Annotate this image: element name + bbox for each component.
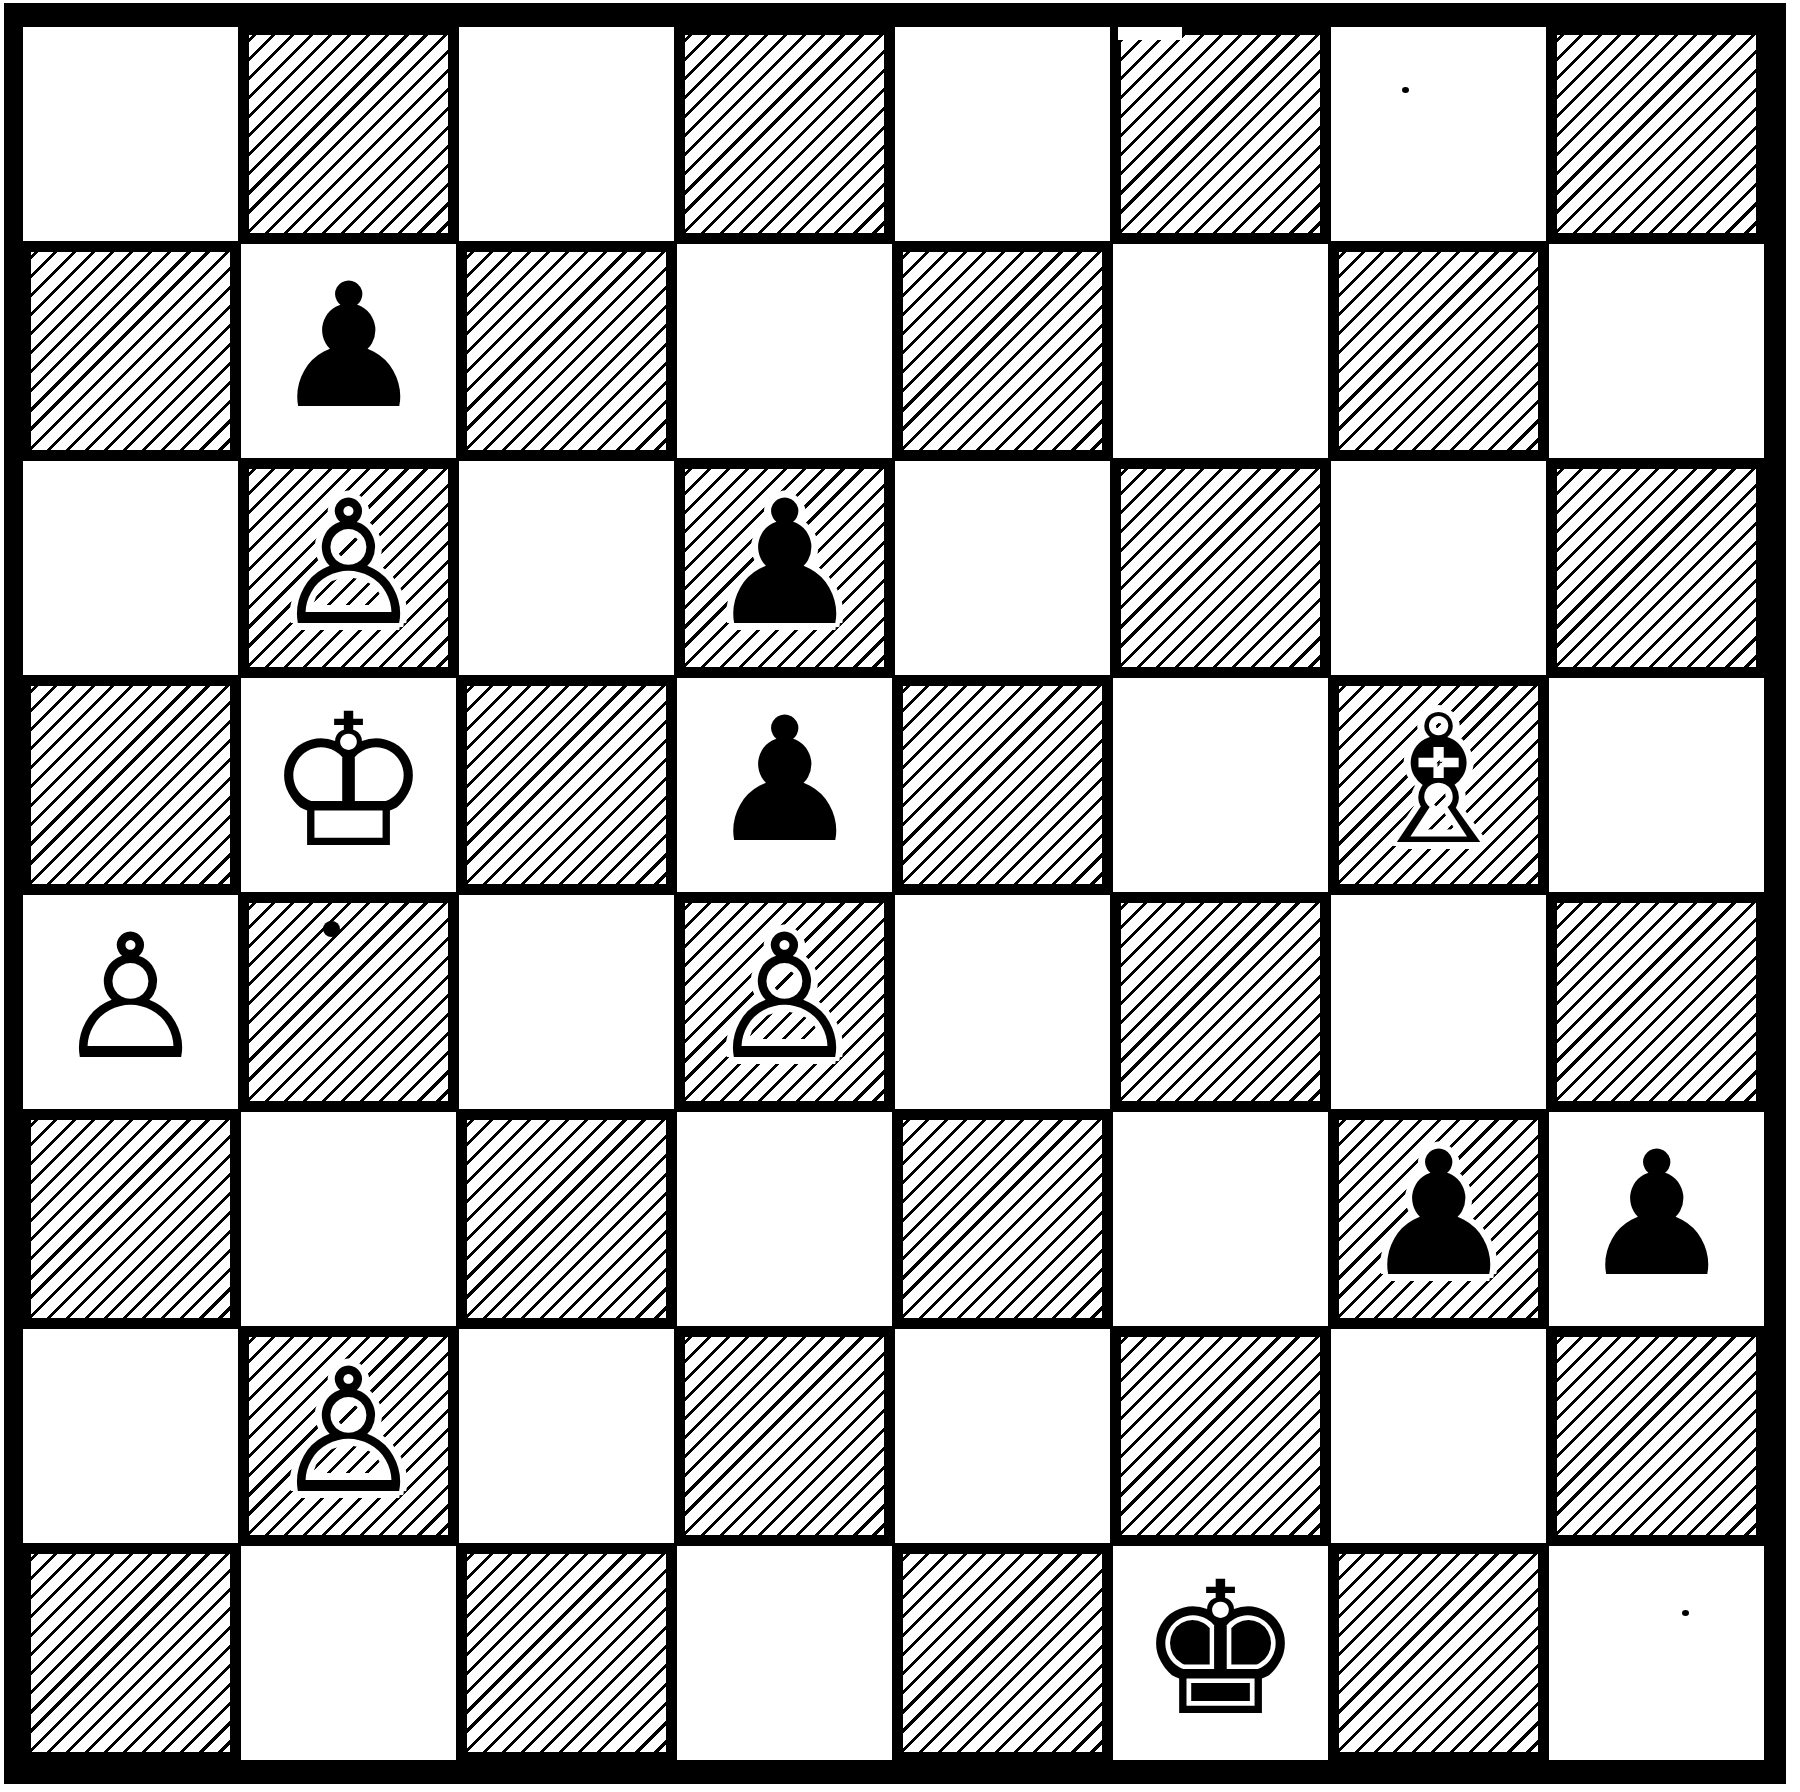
- square-g8: [1331, 27, 1546, 241]
- square-h1: [1549, 1546, 1764, 1760]
- square-b7: ♟: [241, 244, 456, 458]
- square-e4: [895, 895, 1110, 1109]
- square-b3: [241, 1112, 456, 1326]
- square-h8: [1549, 27, 1764, 241]
- square-e8: [895, 27, 1110, 241]
- square-f1: ♚: [1113, 1546, 1328, 1760]
- black-king-f1: ♚: [1138, 1557, 1303, 1741]
- square-d7: [677, 244, 892, 458]
- white-king-b5: ♔: [266, 689, 431, 873]
- white-bishop-g5: ♗: [1359, 692, 1519, 870]
- square-a2: [23, 1329, 238, 1543]
- square-h6: [1549, 461, 1764, 675]
- white-pawn-d4: ♙: [707, 912, 861, 1084]
- black-pawn-g3: ♟: [1361, 1129, 1515, 1301]
- ink-dot-b4: [323, 921, 340, 937]
- square-f8: [1113, 27, 1328, 241]
- square-b4: [241, 895, 456, 1109]
- black-pawn-d5: ♟: [707, 695, 861, 867]
- square-c6: [459, 461, 674, 675]
- ink-speck-g8: [1402, 87, 1409, 93]
- square-e7: [895, 244, 1110, 458]
- square-b8: [241, 27, 456, 241]
- square-d2: [677, 1329, 892, 1543]
- square-c2: [459, 1329, 674, 1543]
- chessboard: ♟♙♟♔♟♗♙♙♟♟♙♚: [23, 27, 1764, 1760]
- square-b6: ♙: [241, 461, 456, 675]
- square-a8: [23, 27, 238, 241]
- square-c8: [459, 27, 674, 241]
- scanned-page: ♟♙♟♔♟♗♙♙♟♟♙♚: [0, 0, 1800, 1792]
- square-e1: [895, 1546, 1110, 1760]
- square-e3: [895, 1112, 1110, 1326]
- square-g4: [1331, 895, 1546, 1109]
- square-c1: [459, 1546, 674, 1760]
- square-b2: ♙: [241, 1329, 456, 1543]
- frame-print-notch: [1118, 27, 1182, 40]
- square-a7: [23, 244, 238, 458]
- square-c5: [459, 678, 674, 892]
- black-pawn-d6: ♟: [707, 478, 861, 650]
- square-d8: [677, 27, 892, 241]
- square-d1: [677, 1546, 892, 1760]
- square-a6: [23, 461, 238, 675]
- square-d3: [677, 1112, 892, 1326]
- square-a1: [23, 1546, 238, 1760]
- square-f3: [1113, 1112, 1328, 1326]
- square-c3: [459, 1112, 674, 1326]
- square-h7: [1549, 244, 1764, 458]
- square-b1: [241, 1546, 456, 1760]
- square-c4: [459, 895, 674, 1109]
- square-g3: ♟: [1331, 1112, 1546, 1326]
- square-f4: [1113, 895, 1328, 1109]
- board-frame: ♟♙♟♔♟♗♙♙♟♟♙♚: [4, 3, 1786, 1784]
- square-g7: [1331, 244, 1546, 458]
- square-h2: [1549, 1329, 1764, 1543]
- square-f5: [1113, 678, 1328, 892]
- square-h4: [1549, 895, 1764, 1109]
- square-e2: [895, 1329, 1110, 1543]
- square-c7: [459, 244, 674, 458]
- square-b5: ♔: [241, 678, 456, 892]
- square-g6: [1331, 461, 1546, 675]
- white-pawn-a4: ♙: [53, 912, 207, 1084]
- square-h5: [1549, 678, 1764, 892]
- square-f2: [1113, 1329, 1328, 1543]
- square-a4: ♙: [23, 895, 238, 1109]
- square-e5: [895, 678, 1110, 892]
- square-g1: [1331, 1546, 1546, 1760]
- ink-speck-h1: [1682, 1610, 1689, 1616]
- square-d4: ♙: [677, 895, 892, 1109]
- square-a5: [23, 678, 238, 892]
- square-e6: [895, 461, 1110, 675]
- square-g5: ♗: [1331, 678, 1546, 892]
- square-f6: [1113, 461, 1328, 675]
- square-d5: ♟: [677, 678, 892, 892]
- square-a3: [23, 1112, 238, 1326]
- square-h3: ♟: [1549, 1112, 1764, 1326]
- white-pawn-b6: ♙: [271, 478, 425, 650]
- black-pawn-b7: ♟: [271, 261, 425, 433]
- square-d6: ♟: [677, 461, 892, 675]
- black-pawn-h3: ♟: [1579, 1129, 1733, 1301]
- square-g2: [1331, 1329, 1546, 1543]
- white-pawn-b2: ♙: [271, 1346, 425, 1518]
- square-f7: [1113, 244, 1328, 458]
